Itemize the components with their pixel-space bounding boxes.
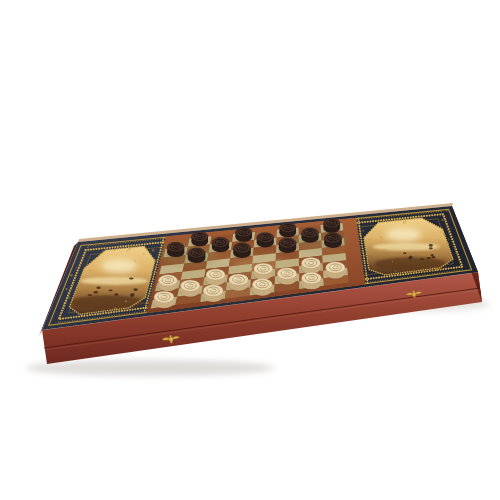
painting-sky-glow [101, 259, 137, 273]
checker-piece-light [252, 279, 272, 296]
gold-ornament-dot [142, 253, 144, 255]
gold-ornament-dot [99, 275, 100, 276]
checker-piece-dark [279, 238, 297, 253]
gold-ornament-dot [154, 259, 156, 261]
gold-ornament-dot [438, 240, 440, 242]
gold-ornament-dot [436, 246, 439, 249]
gold-ornament-dot [93, 288, 96, 291]
gold-ornament-dot [108, 312, 110, 314]
gold-ornament-dot [69, 297, 71, 299]
gold-ornament-dot [134, 259, 137, 262]
painting-figure [403, 252, 406, 254]
painting-figure [130, 293, 134, 296]
checker-piece-dark [212, 237, 229, 252]
gold-ornament-dot [146, 249, 147, 250]
checker-piece-light [180, 280, 200, 297]
checker-piece-light [254, 263, 273, 279]
gold-ornament-dot [386, 242, 387, 243]
painting-figure [431, 254, 434, 256]
painting-figure [114, 293, 118, 296]
painting-figure [429, 244, 433, 247]
gold-ornament-dot [76, 269, 78, 271]
gold-ornament-dot [403, 221, 406, 224]
gold-ornament-dot [63, 302, 65, 304]
gold-ornament-dot [114, 307, 117, 310]
checker-piece-dark [233, 243, 251, 258]
painting-figure [88, 294, 93, 296]
gold-ornament-dot [91, 271, 93, 273]
gold-ornament-dot [144, 298, 145, 299]
painting-figure [133, 288, 137, 291]
gold-ornament-dot [387, 221, 389, 223]
gold-ornament-dot [382, 249, 384, 251]
gold-ornament-dot [137, 241, 138, 242]
gold-ornament-dot [137, 267, 139, 269]
gold-ornament-dot [436, 269, 439, 272]
gold-ornament-dot [129, 301, 130, 302]
checker-piece-dark [279, 223, 296, 238]
checker-piece-dark [324, 233, 342, 248]
gold-ornament-dot [70, 274, 73, 277]
gold-ornament-dot [126, 250, 129, 253]
painting-figure [96, 286, 100, 289]
gold-ornament-dot [76, 267, 78, 269]
gold-ornament-dot [415, 271, 417, 273]
gold-ornament-dot [66, 288, 68, 290]
gold-ornament-dot [362, 230, 364, 232]
gold-ornament-dot [125, 300, 127, 302]
gold-ornament-dot [443, 234, 445, 236]
painting-figure [427, 257, 432, 259]
gold-ornament-dot [153, 267, 155, 269]
gold-ornament-dot [385, 248, 388, 251]
gold-ornament-dot [392, 261, 393, 262]
checker-piece-dark [235, 227, 252, 242]
gold-ornament-dot [398, 218, 400, 220]
gold-ornament-dot [89, 269, 92, 272]
painting-figure [94, 291, 99, 293]
checker-piece-dark [301, 228, 318, 243]
checker-piece-light [301, 272, 321, 289]
checker-piece-light [206, 269, 225, 285]
checker-piece-light [229, 274, 249, 291]
gold-ornament-dot [81, 263, 82, 264]
painting-figure [420, 258, 424, 260]
painting-sky-glow [386, 228, 422, 242]
gold-ornament-dot [422, 217, 423, 218]
painting-figure [429, 247, 433, 249]
gold-ornament-dot [440, 231, 443, 234]
gold-ornament-dot [365, 240, 368, 243]
gold-ornament-dot [369, 239, 371, 241]
checker-piece-light [326, 262, 346, 279]
gold-ornament-dot [380, 236, 382, 238]
checker-piece-dark [167, 242, 184, 257]
gold-ornament-dot [441, 219, 444, 222]
checker-piece-dark [191, 232, 208, 247]
gold-ornament-dot [375, 239, 377, 241]
gold-ornament-dot [395, 270, 397, 272]
gold-ornament-dot [448, 239, 450, 241]
gold-ornament-dot [82, 273, 83, 274]
gold-ornament-dot [446, 210, 447, 211]
gold-ornament-dot [113, 249, 115, 251]
gold-ornament-dot [448, 256, 450, 258]
gold-ornament-dot [447, 243, 450, 246]
checker-piece-dark [323, 218, 340, 233]
checker-piece-light [277, 268, 297, 285]
gold-ornament-dot [134, 276, 135, 277]
product-photo [0, 0, 500, 500]
checker-piece-dark [257, 233, 274, 248]
gold-ornament-dot [128, 248, 131, 251]
painting-ground [71, 295, 143, 309]
checker-piece-dark [188, 248, 206, 263]
checker-piece-light [158, 275, 177, 291]
gold-ornament-dot [145, 273, 147, 275]
painting-figure [129, 278, 134, 280]
checker-piece-light [301, 257, 320, 273]
soft-shadow [25, 360, 275, 376]
board-photo-canvas [0, 0, 500, 500]
gold-ornament-dot [144, 247, 146, 249]
painting-figure [408, 257, 412, 260]
checker-piece-light [203, 285, 223, 302]
gold-ornament-dot [152, 249, 155, 252]
checker-piece-light [154, 291, 174, 308]
painting-horizon [80, 277, 148, 285]
painting-figure [109, 289, 113, 291]
